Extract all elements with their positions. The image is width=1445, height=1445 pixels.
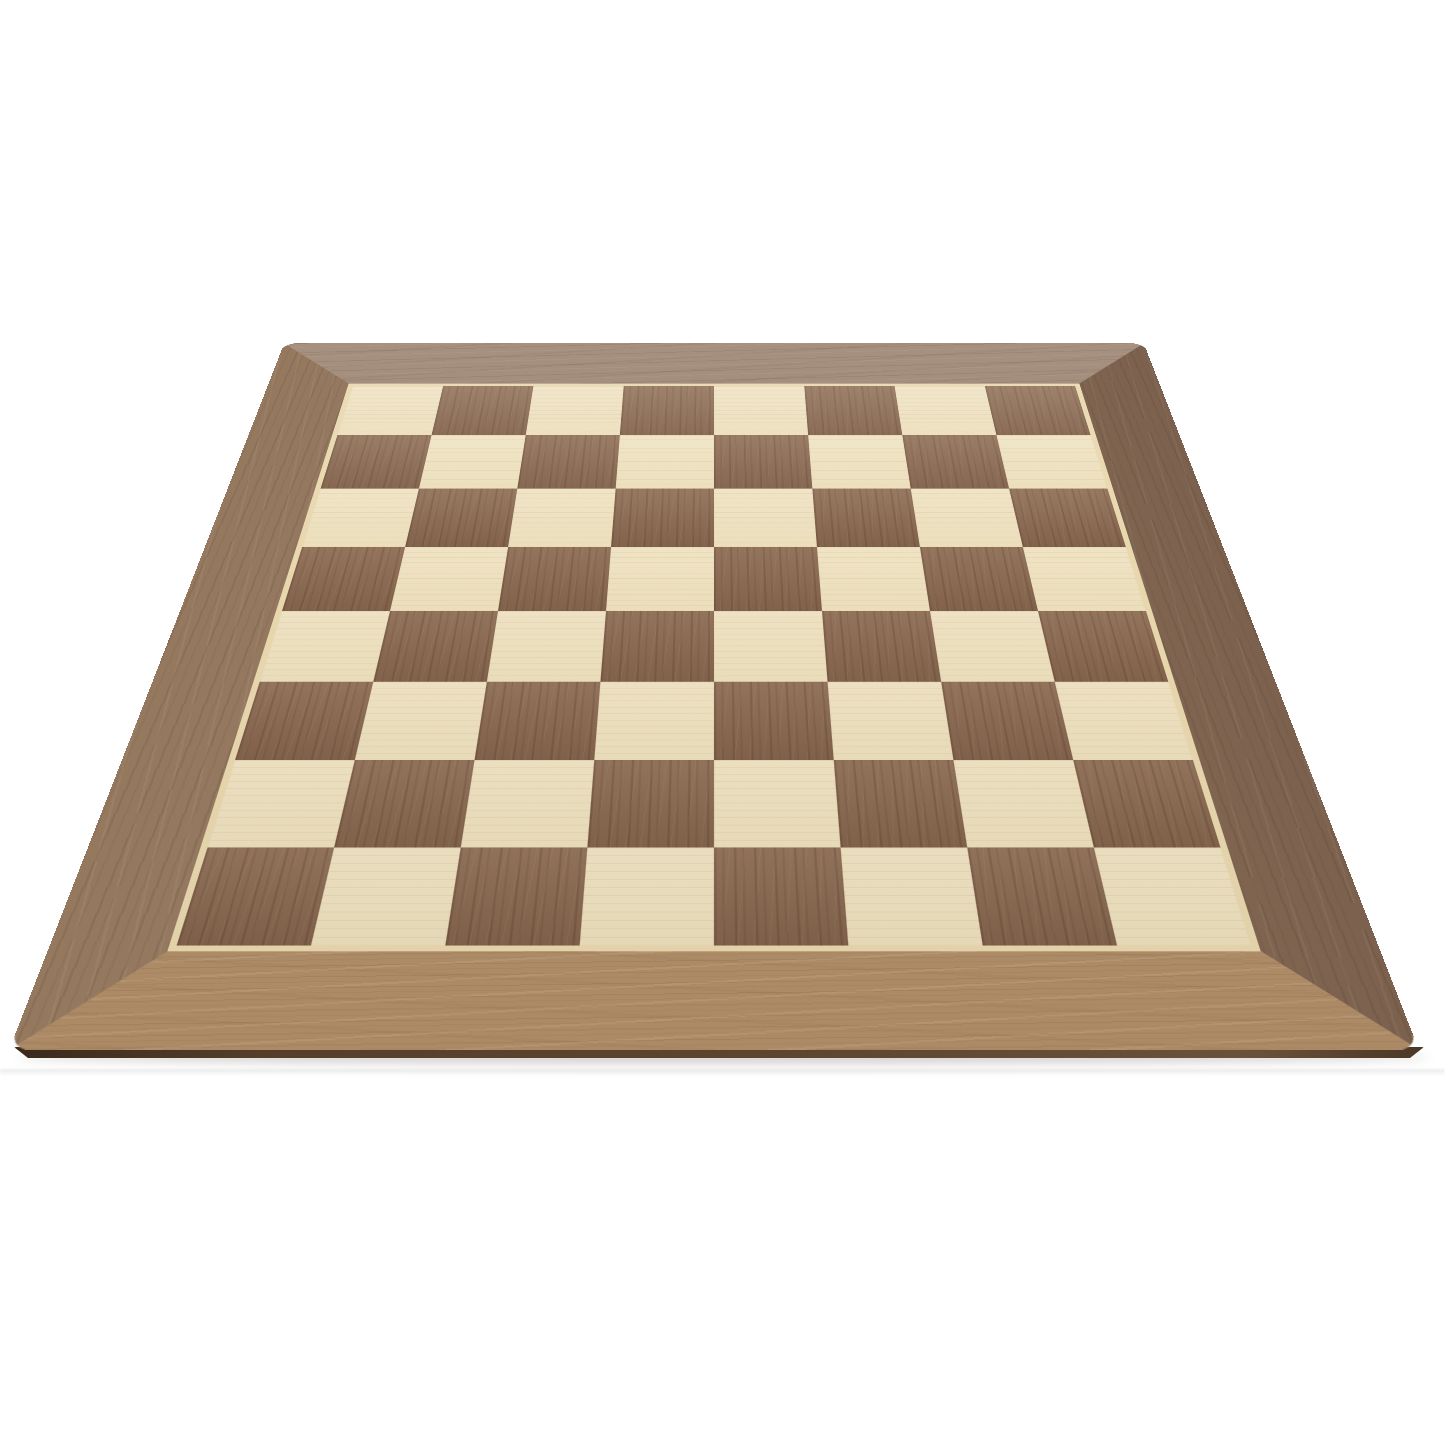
square-g8 xyxy=(895,386,997,435)
square-h7 xyxy=(996,435,1107,488)
board-inlay-border xyxy=(167,384,1260,952)
square-f6 xyxy=(812,489,920,547)
square-h3 xyxy=(1055,682,1193,760)
square-f1 xyxy=(841,847,983,945)
square-f8 xyxy=(804,386,902,435)
square-b5 xyxy=(390,547,508,611)
square-a3 xyxy=(235,682,373,760)
square-h4 xyxy=(1038,611,1168,682)
square-d5 xyxy=(606,547,714,611)
square-d3 xyxy=(594,682,714,760)
chess-board-grid xyxy=(177,386,1252,945)
square-c5 xyxy=(498,547,611,611)
square-f7 xyxy=(808,435,911,488)
square-a5 xyxy=(282,547,405,611)
square-h5 xyxy=(1023,547,1146,611)
square-e3 xyxy=(714,682,834,760)
square-d2 xyxy=(587,760,714,847)
square-c2 xyxy=(461,760,595,847)
square-b2 xyxy=(334,760,474,847)
square-a7 xyxy=(321,435,432,488)
square-e6 xyxy=(714,489,817,547)
square-e7 xyxy=(714,435,812,488)
square-b1 xyxy=(311,847,461,945)
square-c6 xyxy=(508,489,616,547)
backdrop-shadow-line xyxy=(0,1069,1445,1076)
square-c4 xyxy=(487,611,606,682)
square-d4 xyxy=(600,611,714,682)
square-g3 xyxy=(941,682,1073,760)
square-a1 xyxy=(177,847,335,945)
square-a2 xyxy=(208,760,355,847)
square-h6 xyxy=(1009,489,1126,547)
square-b8 xyxy=(432,386,534,435)
square-g5 xyxy=(920,547,1038,611)
square-d7 xyxy=(616,435,714,488)
square-f3 xyxy=(828,682,954,760)
chess-board xyxy=(9,343,1419,1049)
square-f4 xyxy=(822,611,941,682)
square-h2 xyxy=(1073,760,1220,847)
square-b4 xyxy=(373,611,498,682)
square-f2 xyxy=(834,760,968,847)
square-g2 xyxy=(953,760,1093,847)
square-d1 xyxy=(580,847,714,945)
square-e4 xyxy=(714,611,828,682)
square-c7 xyxy=(517,435,620,488)
square-e5 xyxy=(714,547,822,611)
square-c8 xyxy=(526,386,624,435)
square-b7 xyxy=(419,435,526,488)
square-b3 xyxy=(355,682,487,760)
square-c1 xyxy=(445,847,587,945)
square-g6 xyxy=(911,489,1023,547)
square-e2 xyxy=(714,760,841,847)
square-g1 xyxy=(967,847,1117,945)
square-g7 xyxy=(902,435,1009,488)
square-a8 xyxy=(337,386,443,435)
square-h8 xyxy=(985,386,1091,435)
square-g4 xyxy=(930,611,1055,682)
square-f5 xyxy=(817,547,930,611)
square-d8 xyxy=(620,386,714,435)
square-c3 xyxy=(475,682,601,760)
square-b6 xyxy=(405,489,517,547)
square-d6 xyxy=(611,489,714,547)
square-h1 xyxy=(1094,847,1252,945)
square-a4 xyxy=(260,611,390,682)
square-a6 xyxy=(302,489,419,547)
product-photo-canvas xyxy=(0,0,1445,1445)
square-e1 xyxy=(714,847,848,945)
square-e8 xyxy=(714,386,808,435)
